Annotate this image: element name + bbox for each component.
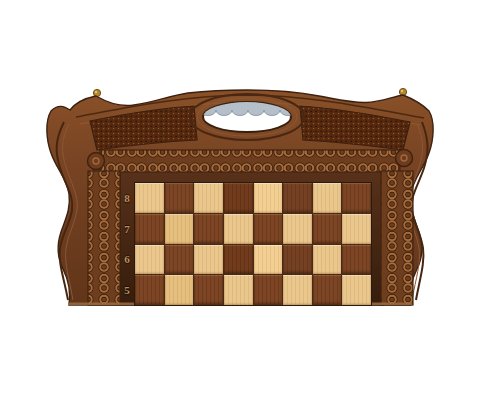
square-h7: [342, 214, 371, 244]
rank-labels: 8765: [119, 183, 135, 305]
brass-hinge-pin-left: [93, 89, 100, 96]
square-a7: [135, 214, 164, 244]
square-c6: [194, 245, 223, 275]
square-b8: [165, 183, 194, 213]
corner-rosette-right: [396, 150, 413, 167]
square-f7: [283, 214, 312, 244]
square-d8: [224, 183, 253, 213]
square-f5: [283, 275, 312, 305]
square-c8: [194, 183, 223, 213]
square-c5: [194, 275, 223, 305]
square-e7: [254, 214, 283, 244]
rank-label-6: 6: [119, 244, 135, 275]
square-a8: [135, 183, 164, 213]
square-g7: [313, 214, 342, 244]
product-photo: 8765: [0, 0, 500, 400]
square-d6: [224, 245, 253, 275]
square-e5: [254, 275, 283, 305]
square-g6: [313, 245, 342, 275]
square-b7: [165, 214, 194, 244]
ornament-band-right: [381, 171, 413, 305]
square-e8: [254, 183, 283, 213]
chess-board: [135, 183, 371, 305]
rank-label-5: 5: [119, 275, 135, 306]
square-b5: [165, 275, 194, 305]
square-g5: [313, 275, 342, 305]
square-b6: [165, 245, 194, 275]
square-g8: [313, 183, 342, 213]
square-d7: [224, 214, 253, 244]
ornament-band-left: [88, 171, 120, 305]
rank-label-8: 8: [119, 183, 135, 214]
square-h5: [342, 275, 371, 305]
rank-label-7: 7: [119, 214, 135, 245]
square-e6: [254, 245, 283, 275]
ornament-band-top: [100, 150, 400, 172]
square-d5: [224, 275, 253, 305]
square-h6: [342, 245, 371, 275]
square-h8: [342, 183, 371, 213]
square-a5: [135, 275, 164, 305]
square-f8: [283, 183, 312, 213]
corner-rosette-left: [88, 153, 105, 170]
square-f6: [283, 245, 312, 275]
square-c7: [194, 214, 223, 244]
square-a6: [135, 245, 164, 275]
